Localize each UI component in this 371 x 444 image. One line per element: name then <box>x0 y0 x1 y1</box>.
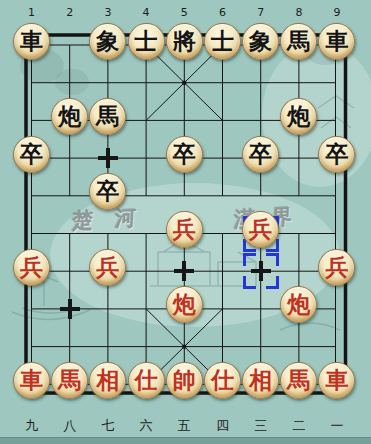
intersection-f7-r6[interactable] <box>242 252 280 290</box>
piece-red-chariot[interactable]: 車 <box>13 362 50 399</box>
piece-black-soldier[interactable]: 卒 <box>166 136 203 173</box>
piece-red-chariot[interactable]: 車 <box>318 362 355 399</box>
intersection-f6-r5[interactable] <box>203 215 241 253</box>
bottom-edge-decoration <box>0 437 371 444</box>
file-label-bottom-7: 三 <box>242 417 280 435</box>
intersection-f2-r3[interactable] <box>51 139 89 177</box>
intersection-f8-r8[interactable] <box>280 328 318 366</box>
piece-black-cannon[interactable]: 炮 <box>280 98 317 135</box>
intersection-f6-r7[interactable] <box>203 290 241 328</box>
intersection-f5-r6[interactable] <box>165 252 203 290</box>
intersection-f3-r7[interactable] <box>89 290 127 328</box>
intersection-f7-r1[interactable] <box>242 64 280 102</box>
intersection-f5-r4[interactable] <box>165 177 203 215</box>
intersection-f6-r2[interactable] <box>203 102 241 140</box>
intersection-f9-r2[interactable] <box>318 102 356 140</box>
intersection-f2-r8[interactable] <box>51 328 89 366</box>
intersection-f7-r7[interactable] <box>242 290 280 328</box>
intersection-f3-r5[interactable] <box>89 215 127 253</box>
file-label-bottom-8: 二 <box>280 417 318 435</box>
intersection-f3-r8[interactable] <box>89 328 127 366</box>
intersection-f4-r7[interactable] <box>127 290 165 328</box>
file-label-top-1: 1 <box>13 6 51 19</box>
piece-grid: 車象士將士象馬車炮馬炮卒卒卒卒卒兵兵兵兵兵炮炮車馬相仕帥仕相馬車 <box>12 26 356 403</box>
intersection-f7-r2[interactable] <box>242 102 280 140</box>
file-label-top-9: 9 <box>318 6 356 19</box>
piece-black-advisor[interactable]: 士 <box>128 23 165 60</box>
intersection-f2-r1[interactable] <box>51 64 89 102</box>
piece-black-elephant[interactable]: 象 <box>242 23 279 60</box>
intersection-f5-r2[interactable] <box>165 102 203 140</box>
file-label-top-8: 8 <box>280 6 318 19</box>
piece-red-cannon[interactable]: 炮 <box>166 286 203 323</box>
intersection-f1-r1[interactable] <box>12 64 50 102</box>
file-label-bottom-1: 九 <box>13 417 51 435</box>
intersection-f9-r7[interactable] <box>318 290 356 328</box>
intersection-f1-r7[interactable] <box>12 290 50 328</box>
intersection-f2-r0[interactable] <box>51 26 89 64</box>
piece-red-general[interactable]: 帥 <box>166 362 203 399</box>
intersection-f1-r4[interactable] <box>12 177 50 215</box>
piece-red-advisor[interactable]: 仕 <box>204 362 241 399</box>
intersection-f3-r3[interactable] <box>89 139 127 177</box>
intersection-f2-r5[interactable] <box>51 215 89 253</box>
intersection-f2-r4[interactable] <box>51 177 89 215</box>
intersection-f7-r4[interactable] <box>242 177 280 215</box>
intersection-f8-r6[interactable] <box>280 252 318 290</box>
piece-black-soldier[interactable]: 卒 <box>13 136 50 173</box>
intersection-f4-r6[interactable] <box>127 252 165 290</box>
file-label-bottom-3: 七 <box>89 417 127 435</box>
file-label-top-2: 2 <box>51 6 89 19</box>
intersection-f9-r4[interactable] <box>318 177 356 215</box>
piece-red-horse[interactable]: 馬 <box>280 362 317 399</box>
piece-black-soldier[interactable]: 卒 <box>318 136 355 173</box>
intersection-f2-r6[interactable] <box>51 252 89 290</box>
intersection-f4-r1[interactable] <box>127 64 165 102</box>
intersection-f4-r4[interactable] <box>127 177 165 215</box>
file-label-top-6: 6 <box>204 6 242 19</box>
file-label-top-7: 7 <box>242 6 280 19</box>
intersection-f6-r4[interactable] <box>203 177 241 215</box>
piece-red-soldier[interactable]: 兵 <box>89 249 126 286</box>
intersection-f5-r8[interactable] <box>165 328 203 366</box>
piece-black-cannon[interactable]: 炮 <box>51 98 88 135</box>
intersection-f6-r3[interactable] <box>203 139 241 177</box>
piece-red-elephant[interactable]: 相 <box>89 362 126 399</box>
piece-black-chariot[interactable]: 車 <box>13 23 50 60</box>
file-label-top-4: 4 <box>127 6 165 19</box>
piece-black-horse[interactable]: 馬 <box>280 23 317 60</box>
piece-red-soldier[interactable]: 兵 <box>318 249 355 286</box>
xiangqi-board-app: 123456789 九八七六五四三二一 楚河 漢界 車象士將士象馬車炮馬炮卒卒卒… <box>0 0 371 444</box>
piece-red-cannon[interactable]: 炮 <box>280 286 317 323</box>
intersection-f6-r6[interactable] <box>203 252 241 290</box>
intersection-f9-r5[interactable] <box>318 215 356 253</box>
intersection-f8-r3[interactable] <box>280 139 318 177</box>
piece-red-soldier[interactable]: 兵 <box>242 211 279 248</box>
file-label-bottom-6: 四 <box>204 417 242 435</box>
file-label-bottom-2: 八 <box>51 417 89 435</box>
piece-black-advisor[interactable]: 士 <box>204 23 241 60</box>
intersection-f3-r1[interactable] <box>89 64 127 102</box>
intersection-f1-r5[interactable] <box>12 215 50 253</box>
intersection-f2-r7[interactable] <box>51 290 89 328</box>
file-label-bottom-9: 一 <box>318 417 356 435</box>
piece-black-horse[interactable]: 馬 <box>89 98 126 135</box>
piece-red-horse[interactable]: 馬 <box>51 362 88 399</box>
intersection-f1-r2[interactable] <box>12 102 50 140</box>
piece-red-soldier[interactable]: 兵 <box>166 211 203 248</box>
piece-black-chariot[interactable]: 車 <box>318 23 355 60</box>
piece-black-soldier[interactable]: 卒 <box>89 173 126 210</box>
file-label-bottom-4: 六 <box>127 417 165 435</box>
intersection-f6-r1[interactable] <box>203 64 241 102</box>
intersection-f4-r8[interactable] <box>127 328 165 366</box>
intersection-f5-r1[interactable] <box>165 64 203 102</box>
intersection-f4-r3[interactable] <box>127 139 165 177</box>
intersection-f9-r1[interactable] <box>318 64 356 102</box>
piece-red-advisor[interactable]: 仕 <box>128 362 165 399</box>
intersection-f8-r4[interactable] <box>280 177 318 215</box>
intersection-f4-r5[interactable] <box>127 215 165 253</box>
intersection-f4-r2[interactable] <box>127 102 165 140</box>
file-label-top-5: 5 <box>165 6 203 19</box>
piece-red-soldier[interactable]: 兵 <box>13 249 50 286</box>
piece-black-general[interactable]: 將 <box>166 23 203 60</box>
intersection-f8-r1[interactable] <box>280 64 318 102</box>
intersection-f6-r8[interactable] <box>203 328 241 366</box>
piece-red-elephant[interactable]: 相 <box>242 362 279 399</box>
intersection-f9-r8[interactable] <box>318 328 356 366</box>
piece-black-elephant[interactable]: 象 <box>89 23 126 60</box>
file-label-top-3: 3 <box>89 6 127 19</box>
intersection-f8-r5[interactable] <box>280 215 318 253</box>
piece-black-soldier[interactable]: 卒 <box>242 136 279 173</box>
file-label-bottom-5: 五 <box>165 417 203 435</box>
intersection-f7-r8[interactable] <box>242 328 280 366</box>
intersection-f1-r8[interactable] <box>12 328 50 366</box>
